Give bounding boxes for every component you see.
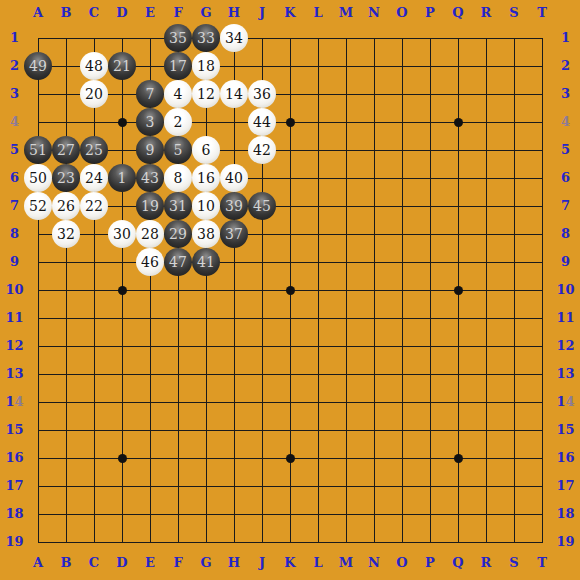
go-stone-white: 12 [192,80,220,108]
coord-label: N [360,5,388,21]
go-stone-white: 8 [164,164,192,192]
go-stone-white: 14 [220,80,248,108]
coord-label: 18 [552,500,579,528]
coord-label: O [388,5,416,21]
star-point [118,286,127,295]
star-point [286,286,295,295]
go-stone-black: 5 [164,136,192,164]
coord-label: 13 [552,360,579,388]
coord-label: A [24,555,52,571]
go-stone-black: 19 [136,192,164,220]
go-stone-black: 47 [164,248,192,276]
go-board[interactable]: ABCDEFGHJKLMNOPQRST ABCDEFGHJKLMNOPQRST … [0,0,580,580]
go-stone-white: 22 [80,192,108,220]
go-stone-black: 3 [136,108,164,136]
coord-label: S [500,555,528,571]
coord-label: 17 [552,472,579,500]
go-stone-white: 40 [220,164,248,192]
coord-label: 5 [552,136,579,164]
coord-label: E [136,5,164,21]
go-stone-black: 37 [220,220,248,248]
coord-label: C [80,5,108,21]
go-stone-black: 51 [24,136,52,164]
star-point [286,118,295,127]
go-stone-white: 2 [164,108,192,136]
coord-label: K [276,5,304,21]
coord-label: 1 [552,24,579,52]
star-point [454,118,463,127]
coord-label: P [416,5,444,21]
coord-label: J [248,555,276,571]
star-point [286,454,295,463]
go-stone-black: 23 [52,164,80,192]
go-stone-white: 20 [80,80,108,108]
coord-label: 19 [552,528,579,556]
go-stone-black: 33 [192,24,220,52]
coord-label: T [528,5,556,21]
intersection-grid[interactable]: 1234567891012141617181920212223242526272… [24,24,556,556]
go-stone-white: 38 [192,220,220,248]
column-labels-bottom: ABCDEFGHJKLMNOPQRST [24,555,556,571]
coord-label: F [164,555,192,571]
go-stone-black: 21 [108,52,136,80]
coord-label: G [192,5,220,21]
coord-label: 14 [552,388,579,416]
coord-label: H [220,555,248,571]
go-stone-white: 10 [192,192,220,220]
coord-label: B [52,555,80,571]
coord-label: Q [444,555,472,571]
star-point [118,118,127,127]
go-stone-white: 24 [80,164,108,192]
go-stone-white: 50 [24,164,52,192]
coord-label: 9 [552,248,579,276]
coord-label: A [24,5,52,21]
go-stone-black: 45 [248,192,276,220]
go-stone-white: 44 [248,108,276,136]
go-stone-black: 43 [136,164,164,192]
coord-label: F [164,5,192,21]
coord-label: O [388,555,416,571]
star-point [118,454,127,463]
coord-label: R [472,555,500,571]
go-stone-white: 32 [52,220,80,248]
coord-label: C [80,555,108,571]
go-stone-white: 18 [192,52,220,80]
coord-label: 7 [552,192,579,220]
go-stone-black: 31 [164,192,192,220]
coord-label: E [136,555,164,571]
go-stone-white: 4 [164,80,192,108]
coord-label: 10 [552,276,579,304]
coord-label: 4 [552,108,579,136]
star-point [454,454,463,463]
go-stone-black: 7 [136,80,164,108]
row-labels-right: 12345678910111213141516171819 [552,24,579,556]
coord-label: M [332,5,360,21]
go-stone-white: 46 [136,248,164,276]
go-stone-black: 17 [164,52,192,80]
go-stone-black: 25 [80,136,108,164]
coord-label: Q [444,5,472,21]
go-stone-black: 29 [164,220,192,248]
coord-label: D [108,5,136,21]
go-stone-black: 41 [192,248,220,276]
go-stone-black: 35 [164,24,192,52]
coord-label: B [52,5,80,21]
coord-label: 2 [552,52,579,80]
go-stone-white: 42 [248,136,276,164]
coord-label: T [528,555,556,571]
go-stone-white: 36 [248,80,276,108]
coord-label: M [332,555,360,571]
coord-label: J [248,5,276,21]
column-labels-top: ABCDEFGHJKLMNOPQRST [24,5,556,21]
coord-label: K [276,555,304,571]
go-stone-black: 9 [136,136,164,164]
go-stone-white: 6 [192,136,220,164]
coord-label: L [304,555,332,571]
go-stone-white: 28 [136,220,164,248]
go-stone-white: 16 [192,164,220,192]
go-stone-black: 39 [220,192,248,220]
coord-label: 8 [552,220,579,248]
coord-label: R [472,5,500,21]
coord-label: D [108,555,136,571]
coord-label: G [192,555,220,571]
go-stone-black: 49 [24,52,52,80]
coord-label: 3 [552,80,579,108]
coord-label: L [304,5,332,21]
coord-label: 15 [552,416,579,444]
go-stone-white: 48 [80,52,108,80]
coord-label: 6 [552,164,579,192]
coord-label: S [500,5,528,21]
coord-label: 12 [552,332,579,360]
go-stone-black: 1 [108,164,136,192]
coord-label: H [220,5,248,21]
go-stone-white: 52 [24,192,52,220]
coord-label: 16 [552,444,579,472]
coord-label: N [360,555,388,571]
star-point [454,286,463,295]
go-stone-white: 34 [220,24,248,52]
coord-label: 11 [552,304,579,332]
go-stone-white: 30 [108,220,136,248]
coord-label: P [416,555,444,571]
go-stone-white: 26 [52,192,80,220]
go-stone-black: 27 [52,136,80,164]
